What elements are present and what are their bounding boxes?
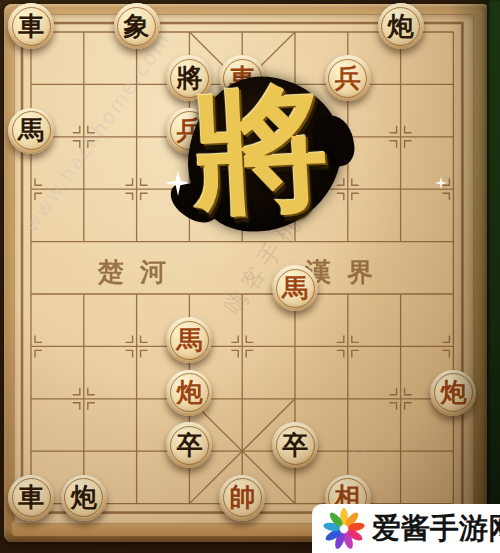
screen-edge-strip	[487, 0, 500, 553]
piece-red-馬-5-5[interactable]: 馬	[272, 265, 318, 311]
piece-black-卒-3-8[interactable]: 卒	[166, 422, 212, 468]
site-logo: 爱酱手游网	[312, 504, 500, 553]
site-logo-text: 爱酱手游网	[372, 509, 500, 549]
piece-black-卒-5-8[interactable]: 卒	[272, 422, 318, 468]
piece-black-馬-0-2[interactable]: 馬	[8, 108, 54, 154]
piece-red-兵-6-1[interactable]: 兵	[325, 55, 371, 101]
piece-black-炮-1-9[interactable]: 炮	[61, 475, 107, 521]
piece-red-帥-4-9[interactable]: 帥	[219, 475, 265, 521]
check-banner: 將	[189, 77, 332, 220]
piece-red-炮-8-7[interactable]: 炮	[430, 370, 476, 416]
game-screen: 楚河 漢界 www.hackhome.com 嗨客手机站 hackhome.co…	[0, 0, 500, 553]
piece-red-炮-3-7[interactable]: 炮	[166, 370, 212, 416]
piece-black-象-2-0[interactable]: 象	[114, 3, 160, 49]
piece-red-馬-3-6[interactable]: 馬	[166, 317, 212, 363]
piece-black-車-0-9[interactable]: 車	[8, 475, 54, 521]
piece-black-車-0-0[interactable]: 車	[8, 3, 54, 49]
pinwheel-icon	[322, 507, 366, 551]
piece-black-炮-7-0[interactable]: 炮	[378, 3, 424, 49]
